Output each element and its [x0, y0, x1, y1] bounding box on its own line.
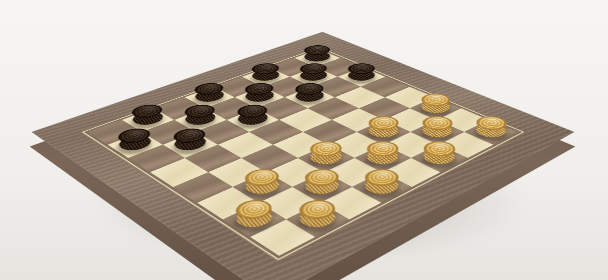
board-square[interactable] — [163, 132, 218, 158]
board-frame — [31, 32, 574, 280]
perspective-scene — [0, 0, 608, 280]
checkers-board — [31, 32, 574, 280]
dark-checker[interactable] — [113, 135, 157, 156]
photo-scene — [0, 0, 608, 280]
dark-checker[interactable] — [240, 89, 279, 106]
dark-checker[interactable] — [180, 111, 221, 130]
